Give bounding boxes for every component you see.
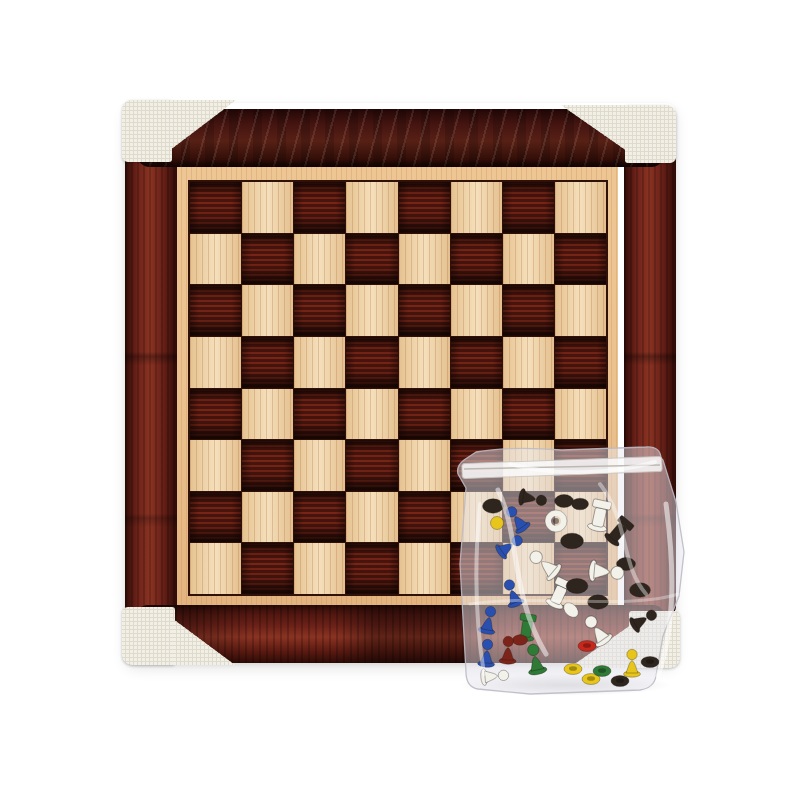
board-square-dark [503, 182, 554, 233]
chess-piece-maroon [512, 635, 527, 645]
chess-piece-yellow [491, 517, 504, 530]
board-square-light [555, 182, 606, 233]
board-square-light [242, 182, 293, 233]
board-square-dark [346, 337, 397, 388]
board-square-dark [346, 543, 397, 594]
board-square-dark [242, 337, 293, 388]
corner-protector-block [122, 100, 172, 162]
chess-piece-black [611, 676, 629, 687]
board-square-light [346, 182, 397, 233]
board-square-dark [503, 389, 554, 440]
board-square-light [190, 543, 241, 594]
board-square-light [190, 337, 241, 388]
board-square-light [399, 543, 450, 594]
board-square-dark [294, 182, 345, 233]
board-square-dark [242, 440, 293, 491]
chess-piece-white [545, 510, 567, 532]
chess-piece-black [641, 657, 659, 668]
board-square-dark [190, 389, 241, 440]
chess-piece-black [561, 533, 584, 549]
board-square-light [503, 337, 554, 388]
board-frame-left [125, 153, 177, 615]
board-square-dark [399, 389, 450, 440]
board-square-dark [451, 337, 502, 388]
board-square-light [294, 440, 345, 491]
board-square-light [451, 285, 502, 336]
board-square-dark [399, 492, 450, 543]
pieces-bag [450, 444, 692, 700]
board-square-light [190, 234, 241, 285]
board-square-dark [346, 234, 397, 285]
board-square-dark [190, 182, 241, 233]
board-square-light [242, 492, 293, 543]
board-square-light [346, 492, 397, 543]
chess-piece-red [578, 641, 596, 652]
pieces-bag-graphic [450, 444, 692, 700]
board-square-dark [294, 492, 345, 543]
board-square-dark [242, 234, 293, 285]
board-square-light [399, 337, 450, 388]
board-square-dark [451, 234, 502, 285]
board-square-light [399, 234, 450, 285]
chess-piece-yellow [564, 664, 582, 675]
board-square-light [346, 285, 397, 336]
board-square-dark [294, 389, 345, 440]
chess-piece-black [571, 498, 588, 510]
board-square-dark [503, 285, 554, 336]
board-square-light [294, 337, 345, 388]
board-square-light [555, 285, 606, 336]
board-square-dark [294, 285, 345, 336]
board-square-light [451, 182, 502, 233]
board-square-dark [346, 440, 397, 491]
board-square-light [451, 389, 502, 440]
board-square-light [294, 543, 345, 594]
board-square-dark [190, 492, 241, 543]
board-square-dark [555, 234, 606, 285]
chess-piece-green [593, 666, 611, 677]
board-square-dark [242, 543, 293, 594]
board-square-dark [399, 182, 450, 233]
board-square-light [242, 285, 293, 336]
product-photo-background [0, 0, 800, 800]
board-square-light [294, 234, 345, 285]
board-square-dark [555, 337, 606, 388]
corner-protector-block [625, 105, 676, 163]
board-square-light [503, 234, 554, 285]
board-square-dark [190, 285, 241, 336]
chess-piece-black [566, 579, 588, 594]
board-square-light [555, 389, 606, 440]
board-square-light [399, 440, 450, 491]
board-square-dark [399, 285, 450, 336]
board-square-light [190, 440, 241, 491]
board-square-light [346, 389, 397, 440]
chess-piece-black [555, 495, 574, 508]
corner-protector-block [122, 607, 175, 665]
board-square-light [242, 389, 293, 440]
